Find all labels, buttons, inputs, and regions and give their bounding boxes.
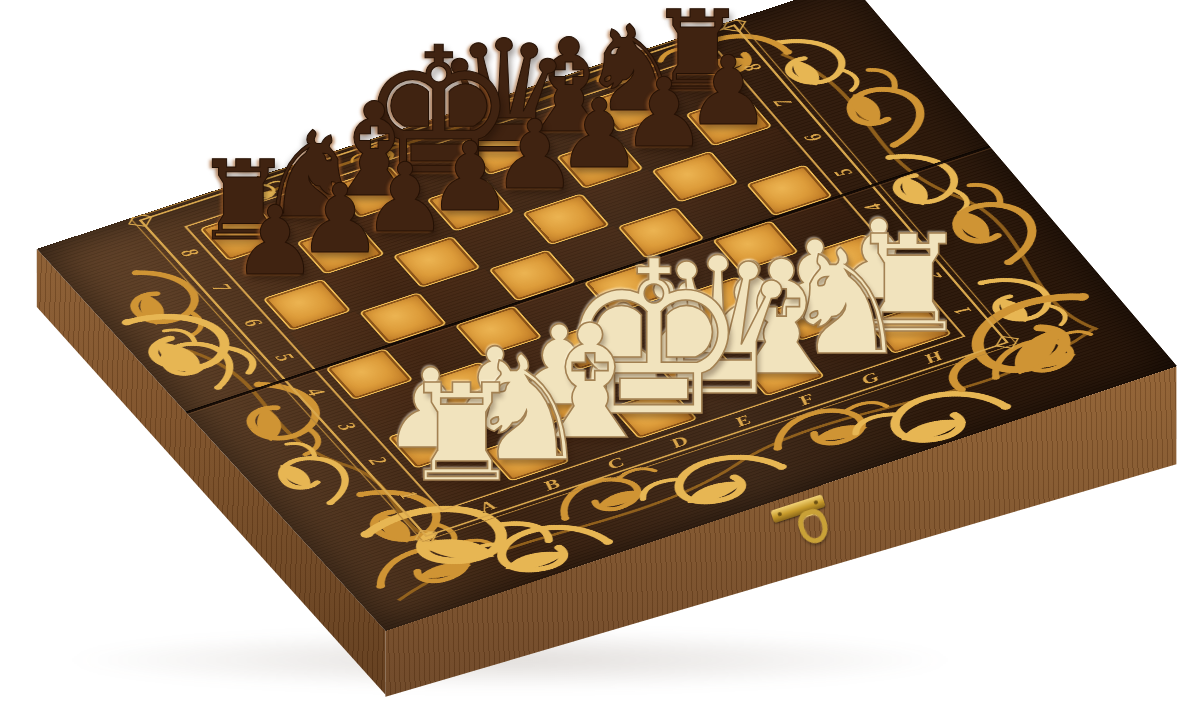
piece-black-pawn: ♟ xyxy=(232,194,318,290)
product-photo: ABCDEFGH1122334455667788 ♜♞♝♚♛♝♞♜♟♟♟♟♟♟♟… xyxy=(0,0,1200,703)
flourish-ornament xyxy=(835,64,935,153)
piece-white-rook: ♜ xyxy=(401,367,521,501)
flourish-ornament xyxy=(259,436,363,511)
flourish-ornament xyxy=(757,28,873,102)
